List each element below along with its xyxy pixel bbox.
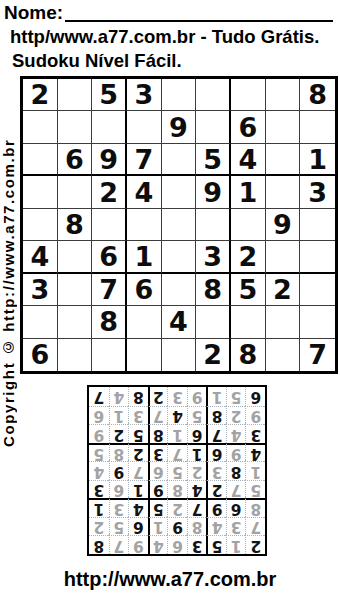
solution-cell-r4c2: 7	[226, 480, 246, 499]
solution-cell-r6c5: 7	[167, 443, 187, 462]
solution-cell-r1c7: 9	[128, 535, 148, 554]
solution-cell-r2c5: 9	[167, 517, 187, 536]
puzzle-cell-r3c2: 6	[58, 144, 93, 176]
solution-cell-r6c4: 1	[187, 443, 207, 462]
solution-cell-r5c4: 2	[187, 461, 207, 480]
puzzle-cell-r8c4	[127, 306, 162, 338]
name-row: Nome:	[4, 2, 333, 24]
puzzle-cell-r2c3	[92, 111, 127, 143]
puzzle-cell-r7c9	[300, 274, 335, 306]
puzzle-cell-r9c8	[266, 339, 301, 371]
copyright-vertical-text: Copyright © http://www.a77.com.br	[0, 83, 19, 447]
puzzle-title: Sudoku Nível Fácil.	[12, 50, 182, 72]
puzzle-cell-r7c8: 2	[266, 274, 301, 306]
puzzle-cell-r8c8	[266, 306, 301, 338]
puzzle-cell-r9c6: 2	[196, 339, 231, 371]
puzzle-cell-r1c2	[58, 79, 93, 111]
solution-cell-r5c6: 6	[148, 461, 168, 480]
solution-cell-r3c6: 5	[148, 498, 168, 517]
puzzle-cell-r4c9: 3	[300, 176, 335, 208]
solution-cell-r8c8: 1	[109, 406, 129, 425]
puzzle-cell-r9c3	[92, 339, 127, 371]
puzzle-cell-r6c7: 2	[231, 241, 266, 273]
puzzle-cell-r1c7	[231, 79, 266, 111]
puzzle-cell-r8c6	[196, 306, 231, 338]
puzzle-cell-r2c7: 6	[231, 111, 266, 143]
puzzle-cell-r3c6: 5	[196, 144, 231, 176]
puzzle-cell-r4c4: 4	[127, 176, 162, 208]
sudoku-puzzle-grid: 253896697541249138946132376852846287	[20, 76, 338, 374]
solution-cell-r3c9: 1	[89, 498, 109, 517]
solution-cell-r5c9: 4	[89, 461, 109, 480]
solution-cell-r9c7: 8	[128, 387, 148, 406]
solution-cell-r2c9: 2	[89, 517, 109, 536]
solution-cell-r7c8: 2	[109, 424, 129, 443]
solution-cell-r3c7: 4	[128, 498, 148, 517]
puzzle-cell-r4c7: 1	[231, 176, 266, 208]
solution-cell-r9c9: 7	[89, 387, 109, 406]
solution-cell-r9c5: 3	[167, 387, 187, 406]
puzzle-cell-r1c4: 3	[127, 79, 162, 111]
puzzle-cell-r5c6	[196, 209, 231, 241]
solution-cell-r1c6: 4	[148, 535, 168, 554]
puzzle-cell-r8c7	[231, 306, 266, 338]
solution-cell-r8c2: 2	[226, 406, 246, 425]
solution-cell-r8c4: 5	[187, 406, 207, 425]
solution-cell-r2c7: 6	[128, 517, 148, 536]
solution-cell-r2c8: 5	[109, 517, 129, 536]
puzzle-cell-r5c9	[300, 209, 335, 241]
solution-cell-r3c8: 3	[109, 498, 129, 517]
puzzle-cell-r5c8: 9	[266, 209, 301, 241]
solution-cell-r7c5: 1	[167, 424, 187, 443]
solution-cell-r2c1: 7	[245, 517, 265, 536]
puzzle-cell-r2c5: 9	[162, 111, 197, 143]
solution-cell-r4c6: 9	[148, 480, 168, 499]
solution-cell-r9c6: 2	[148, 387, 168, 406]
puzzle-cell-r3c1	[23, 144, 58, 176]
solution-cell-r8c1: 9	[245, 406, 265, 425]
solution-cell-r7c1: 3	[245, 424, 265, 443]
puzzle-cell-r6c3: 6	[92, 241, 127, 273]
solution-cell-r3c4: 7	[187, 498, 207, 517]
solution-cell-r4c8: 6	[109, 480, 129, 499]
solution-cell-r9c2: 5	[226, 387, 246, 406]
solution-cell-r4c4: 4	[187, 480, 207, 499]
puzzle-cell-r3c8	[266, 144, 301, 176]
solution-cell-r7c7: 5	[128, 424, 148, 443]
puzzle-cell-r4c6: 9	[196, 176, 231, 208]
solution-cell-r6c6: 3	[148, 443, 168, 462]
puzzle-cell-r4c2	[58, 176, 93, 208]
puzzle-cell-r5c2: 8	[58, 209, 93, 241]
puzzle-cell-r4c1	[23, 176, 58, 208]
puzzle-cell-r4c8	[266, 176, 301, 208]
puzzle-cell-r7c4: 6	[127, 274, 162, 306]
puzzle-cell-r3c9: 1	[300, 144, 335, 176]
solution-cell-r7c3: 7	[206, 424, 226, 443]
puzzle-cell-r8c9	[300, 306, 335, 338]
solution-cell-r4c3: 2	[206, 480, 226, 499]
solution-cell-r6c2: 9	[226, 443, 246, 462]
solution-cell-r4c5: 8	[167, 480, 187, 499]
solution-cell-r9c3: 1	[206, 387, 226, 406]
site-header-text: http/www.a77.com.br - Tudo Grátis.	[10, 26, 319, 48]
puzzle-cell-r5c5	[162, 209, 197, 241]
solution-cell-r8c7: 3	[128, 406, 148, 425]
solution-cell-r1c5: 6	[167, 535, 187, 554]
solution-cell-r1c1: 2	[245, 535, 265, 554]
puzzle-cell-r8c2	[58, 306, 93, 338]
solution-cell-r3c3: 9	[206, 498, 226, 517]
puzzle-cell-r5c4	[127, 209, 162, 241]
puzzle-cell-r3c7: 4	[231, 144, 266, 176]
solution-cell-r1c3: 5	[206, 535, 226, 554]
puzzle-cell-r7c7: 5	[231, 274, 266, 306]
solution-cell-r6c1: 4	[245, 443, 265, 462]
solution-cell-r1c2: 1	[226, 535, 246, 554]
puzzle-cell-r7c1: 3	[23, 274, 58, 306]
solution-cell-r3c5: 2	[167, 498, 187, 517]
puzzle-cell-r9c2	[58, 339, 93, 371]
puzzle-cell-r9c4	[127, 339, 162, 371]
puzzle-cell-r2c4	[127, 111, 162, 143]
puzzle-cell-r3c4: 7	[127, 144, 162, 176]
puzzle-cell-r9c5	[162, 339, 197, 371]
puzzle-cell-r1c9: 8	[300, 79, 335, 111]
puzzle-cell-r1c8	[266, 79, 301, 111]
puzzle-cell-r2c2	[58, 111, 93, 143]
puzzle-cell-r7c6: 8	[196, 274, 231, 306]
puzzle-cell-r2c8	[266, 111, 301, 143]
puzzle-cell-r4c3: 2	[92, 176, 127, 208]
solution-cell-r8c6: 7	[148, 406, 168, 425]
puzzle-cell-r6c4: 1	[127, 241, 162, 273]
solution-cell-r2c3: 4	[206, 517, 226, 536]
puzzle-cell-r1c6	[196, 79, 231, 111]
solution-cell-r8c3: 8	[206, 406, 226, 425]
solution-cell-r6c8: 8	[109, 443, 129, 462]
puzzle-cell-r2c1	[23, 111, 58, 143]
puzzle-cell-r5c1	[23, 209, 58, 241]
solution-cell-r5c2: 8	[226, 461, 246, 480]
puzzle-cell-r4c5	[162, 176, 197, 208]
puzzle-cell-r1c3: 5	[92, 79, 127, 111]
solution-cell-r1c8: 7	[109, 535, 129, 554]
solution-cell-r6c7: 2	[128, 443, 148, 462]
solution-cell-r5c1: 1	[245, 461, 265, 480]
puzzle-cell-r6c2	[58, 241, 93, 273]
puzzle-cell-r5c3	[92, 209, 127, 241]
footer-url: http://www.a77.com.br	[0, 568, 340, 591]
solution-cell-r7c6: 8	[148, 424, 168, 443]
sudoku-solution-grid-rotated: 2153649787348916528697254315724891631832…	[87, 385, 267, 556]
solution-cell-r8c9: 6	[89, 406, 109, 425]
solution-cell-r3c2: 6	[226, 498, 246, 517]
solution-cell-r9c8: 4	[109, 387, 129, 406]
puzzle-cell-r5c7	[231, 209, 266, 241]
solution-cell-r3c1: 8	[245, 498, 265, 517]
puzzle-cell-r8c1	[23, 306, 58, 338]
solution-cell-r8c5: 4	[167, 406, 187, 425]
solution-cell-r1c9: 8	[89, 535, 109, 554]
puzzle-cell-r7c3: 7	[92, 274, 127, 306]
solution-cell-r2c4: 8	[187, 517, 207, 536]
name-blank-line	[65, 6, 333, 22]
puzzle-cell-r9c9: 7	[300, 339, 335, 371]
solution-cell-r2c6: 1	[148, 517, 168, 536]
solution-cell-r4c1: 5	[245, 480, 265, 499]
solution-cell-r7c9: 9	[89, 424, 109, 443]
puzzle-cell-r6c9	[300, 241, 335, 273]
name-label: Nome:	[4, 2, 63, 24]
sudoku-worksheet-page: Nome: http/www.a77.com.br - Tudo Grátis.…	[0, 0, 340, 596]
puzzle-cell-r3c3: 9	[92, 144, 127, 176]
solution-cell-r4c7: 1	[128, 480, 148, 499]
puzzle-cell-r6c8	[266, 241, 301, 273]
solution-cell-r2c2: 3	[226, 517, 246, 536]
puzzle-cell-r7c5	[162, 274, 197, 306]
solution-cell-r6c9: 5	[89, 443, 109, 462]
solution-cell-r4c9: 3	[89, 480, 109, 499]
solution-cell-r5c8: 9	[109, 461, 129, 480]
solution-cell-r9c1: 6	[245, 387, 265, 406]
puzzle-cell-r2c6	[196, 111, 231, 143]
solution-cell-r7c4: 6	[187, 424, 207, 443]
puzzle-cell-r7c2	[58, 274, 93, 306]
puzzle-cell-r9c1: 6	[23, 339, 58, 371]
solution-cell-r7c2: 4	[226, 424, 246, 443]
puzzle-cell-r9c7: 8	[231, 339, 266, 371]
solution-cell-r6c3: 6	[206, 443, 226, 462]
puzzle-cell-r1c1: 2	[23, 79, 58, 111]
puzzle-cell-r3c5	[162, 144, 197, 176]
solution-cell-r9c4: 9	[187, 387, 207, 406]
solution-cell-r5c5: 5	[167, 461, 187, 480]
puzzle-cell-r8c3: 8	[92, 306, 127, 338]
puzzle-cell-r1c5	[162, 79, 197, 111]
puzzle-cell-r6c6: 3	[196, 241, 231, 273]
puzzle-cell-r2c9	[300, 111, 335, 143]
solution-cell-r1c4: 3	[187, 535, 207, 554]
puzzle-cell-r8c5: 4	[162, 306, 197, 338]
solution-cell-r5c7: 7	[128, 461, 148, 480]
solution-cell-r5c3: 3	[206, 461, 226, 480]
puzzle-cell-r6c1: 4	[23, 241, 58, 273]
puzzle-cell-r6c5	[162, 241, 197, 273]
